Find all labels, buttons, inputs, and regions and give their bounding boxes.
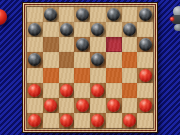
square-r4c0[interactable] bbox=[27, 68, 43, 83]
red-ball-avatar bbox=[0, 9, 7, 25]
square-r7c4[interactable] bbox=[90, 113, 106, 128]
square-r2c5-highlighted[interactable] bbox=[106, 37, 122, 52]
square-r2c7[interactable] bbox=[137, 37, 153, 52]
board-grid bbox=[27, 7, 153, 128]
square-r4c5[interactable] bbox=[106, 68, 122, 83]
square-r2c3[interactable] bbox=[74, 37, 90, 52]
square-r0c2[interactable] bbox=[59, 7, 75, 22]
square-r5c0[interactable] bbox=[27, 83, 43, 98]
square-r2c4[interactable] bbox=[90, 37, 106, 52]
checker-black[interactable] bbox=[76, 38, 89, 51]
square-r6c4[interactable] bbox=[90, 98, 106, 113]
checker-red[interactable] bbox=[123, 114, 136, 127]
robot-red-light-icon bbox=[170, 17, 174, 21]
square-r4c2[interactable] bbox=[59, 68, 75, 83]
checkers-board bbox=[22, 2, 158, 133]
square-r0c3[interactable] bbox=[74, 7, 90, 22]
square-r7c2[interactable] bbox=[59, 113, 75, 128]
checker-red[interactable] bbox=[28, 114, 41, 127]
robot-avatar bbox=[168, 5, 180, 31]
checker-red[interactable] bbox=[139, 69, 152, 82]
square-r1c2[interactable] bbox=[59, 22, 75, 37]
square-r6c3[interactable] bbox=[74, 98, 90, 113]
square-r4c1[interactable] bbox=[43, 68, 59, 83]
square-r7c5[interactable] bbox=[106, 113, 122, 128]
square-r0c6[interactable] bbox=[122, 7, 138, 22]
square-r1c1[interactable] bbox=[43, 22, 59, 37]
square-r7c6[interactable] bbox=[122, 113, 138, 128]
robot-base-icon bbox=[174, 24, 180, 31]
checker-red[interactable] bbox=[91, 114, 104, 127]
checker-black[interactable] bbox=[76, 8, 89, 21]
square-r4c4[interactable] bbox=[90, 68, 106, 83]
square-r0c5[interactable] bbox=[106, 7, 122, 22]
square-r7c0[interactable] bbox=[27, 113, 43, 128]
checker-black[interactable] bbox=[107, 8, 120, 21]
checker-red[interactable] bbox=[91, 84, 104, 97]
checker-black[interactable] bbox=[91, 23, 104, 36]
square-r1c0[interactable] bbox=[27, 22, 43, 37]
square-r3c1[interactable] bbox=[43, 52, 59, 67]
square-r3c2[interactable] bbox=[59, 52, 75, 67]
square-r6c5[interactable] bbox=[106, 98, 122, 113]
checker-black[interactable] bbox=[123, 23, 136, 36]
checker-black[interactable] bbox=[139, 8, 152, 21]
square-r6c6[interactable] bbox=[122, 98, 138, 113]
square-r2c1[interactable] bbox=[43, 37, 59, 52]
square-r0c0[interactable] bbox=[27, 7, 43, 22]
checker-black[interactable] bbox=[28, 53, 41, 66]
square-r5c6[interactable] bbox=[122, 83, 138, 98]
checker-red[interactable] bbox=[76, 99, 89, 112]
square-r1c4[interactable] bbox=[90, 22, 106, 37]
checker-red[interactable] bbox=[28, 84, 41, 97]
square-r5c2[interactable] bbox=[59, 83, 75, 98]
checker-black[interactable] bbox=[60, 23, 73, 36]
square-r3c4[interactable] bbox=[90, 52, 106, 67]
square-r0c4[interactable] bbox=[90, 7, 106, 22]
game-background bbox=[0, 0, 180, 135]
square-r1c3[interactable] bbox=[74, 22, 90, 37]
checker-red[interactable] bbox=[60, 84, 73, 97]
square-r1c5[interactable] bbox=[106, 22, 122, 37]
checker-black[interactable] bbox=[139, 38, 152, 51]
checker-black[interactable] bbox=[91, 53, 104, 66]
square-r0c1[interactable] bbox=[43, 7, 59, 22]
square-r3c7[interactable] bbox=[137, 52, 153, 67]
square-r4c3[interactable] bbox=[74, 68, 90, 83]
square-r3c0[interactable] bbox=[27, 52, 43, 67]
square-r5c4[interactable] bbox=[90, 83, 106, 98]
square-r3c5[interactable] bbox=[106, 52, 122, 67]
square-r2c2[interactable] bbox=[59, 37, 75, 52]
checker-red[interactable] bbox=[139, 99, 152, 112]
square-r7c7[interactable] bbox=[137, 113, 153, 128]
square-r2c0[interactable] bbox=[27, 37, 43, 52]
square-r6c2[interactable] bbox=[59, 98, 75, 113]
square-r4c6[interactable] bbox=[122, 68, 138, 83]
checker-red[interactable] bbox=[107, 99, 120, 112]
square-r5c3[interactable] bbox=[74, 83, 90, 98]
checker-black[interactable] bbox=[28, 23, 41, 36]
checker-red[interactable] bbox=[44, 99, 57, 112]
square-r6c0[interactable] bbox=[27, 98, 43, 113]
checker-red[interactable] bbox=[60, 114, 73, 127]
square-r6c7[interactable] bbox=[137, 98, 153, 113]
square-r1c6[interactable] bbox=[122, 22, 138, 37]
square-r7c3[interactable] bbox=[74, 113, 90, 128]
square-r6c1[interactable] bbox=[43, 98, 59, 113]
square-r3c3[interactable] bbox=[74, 52, 90, 67]
square-r5c7[interactable] bbox=[137, 83, 153, 98]
square-r0c7[interactable] bbox=[137, 7, 153, 22]
square-r5c5[interactable] bbox=[106, 83, 122, 98]
square-r1c7[interactable] bbox=[137, 22, 153, 37]
square-r4c7[interactable] bbox=[137, 68, 153, 83]
square-r3c6[interactable] bbox=[122, 52, 138, 67]
checker-black[interactable] bbox=[44, 8, 57, 21]
square-r2c6[interactable] bbox=[122, 37, 138, 52]
square-r7c1[interactable] bbox=[43, 113, 59, 128]
square-r5c1[interactable] bbox=[43, 83, 59, 98]
